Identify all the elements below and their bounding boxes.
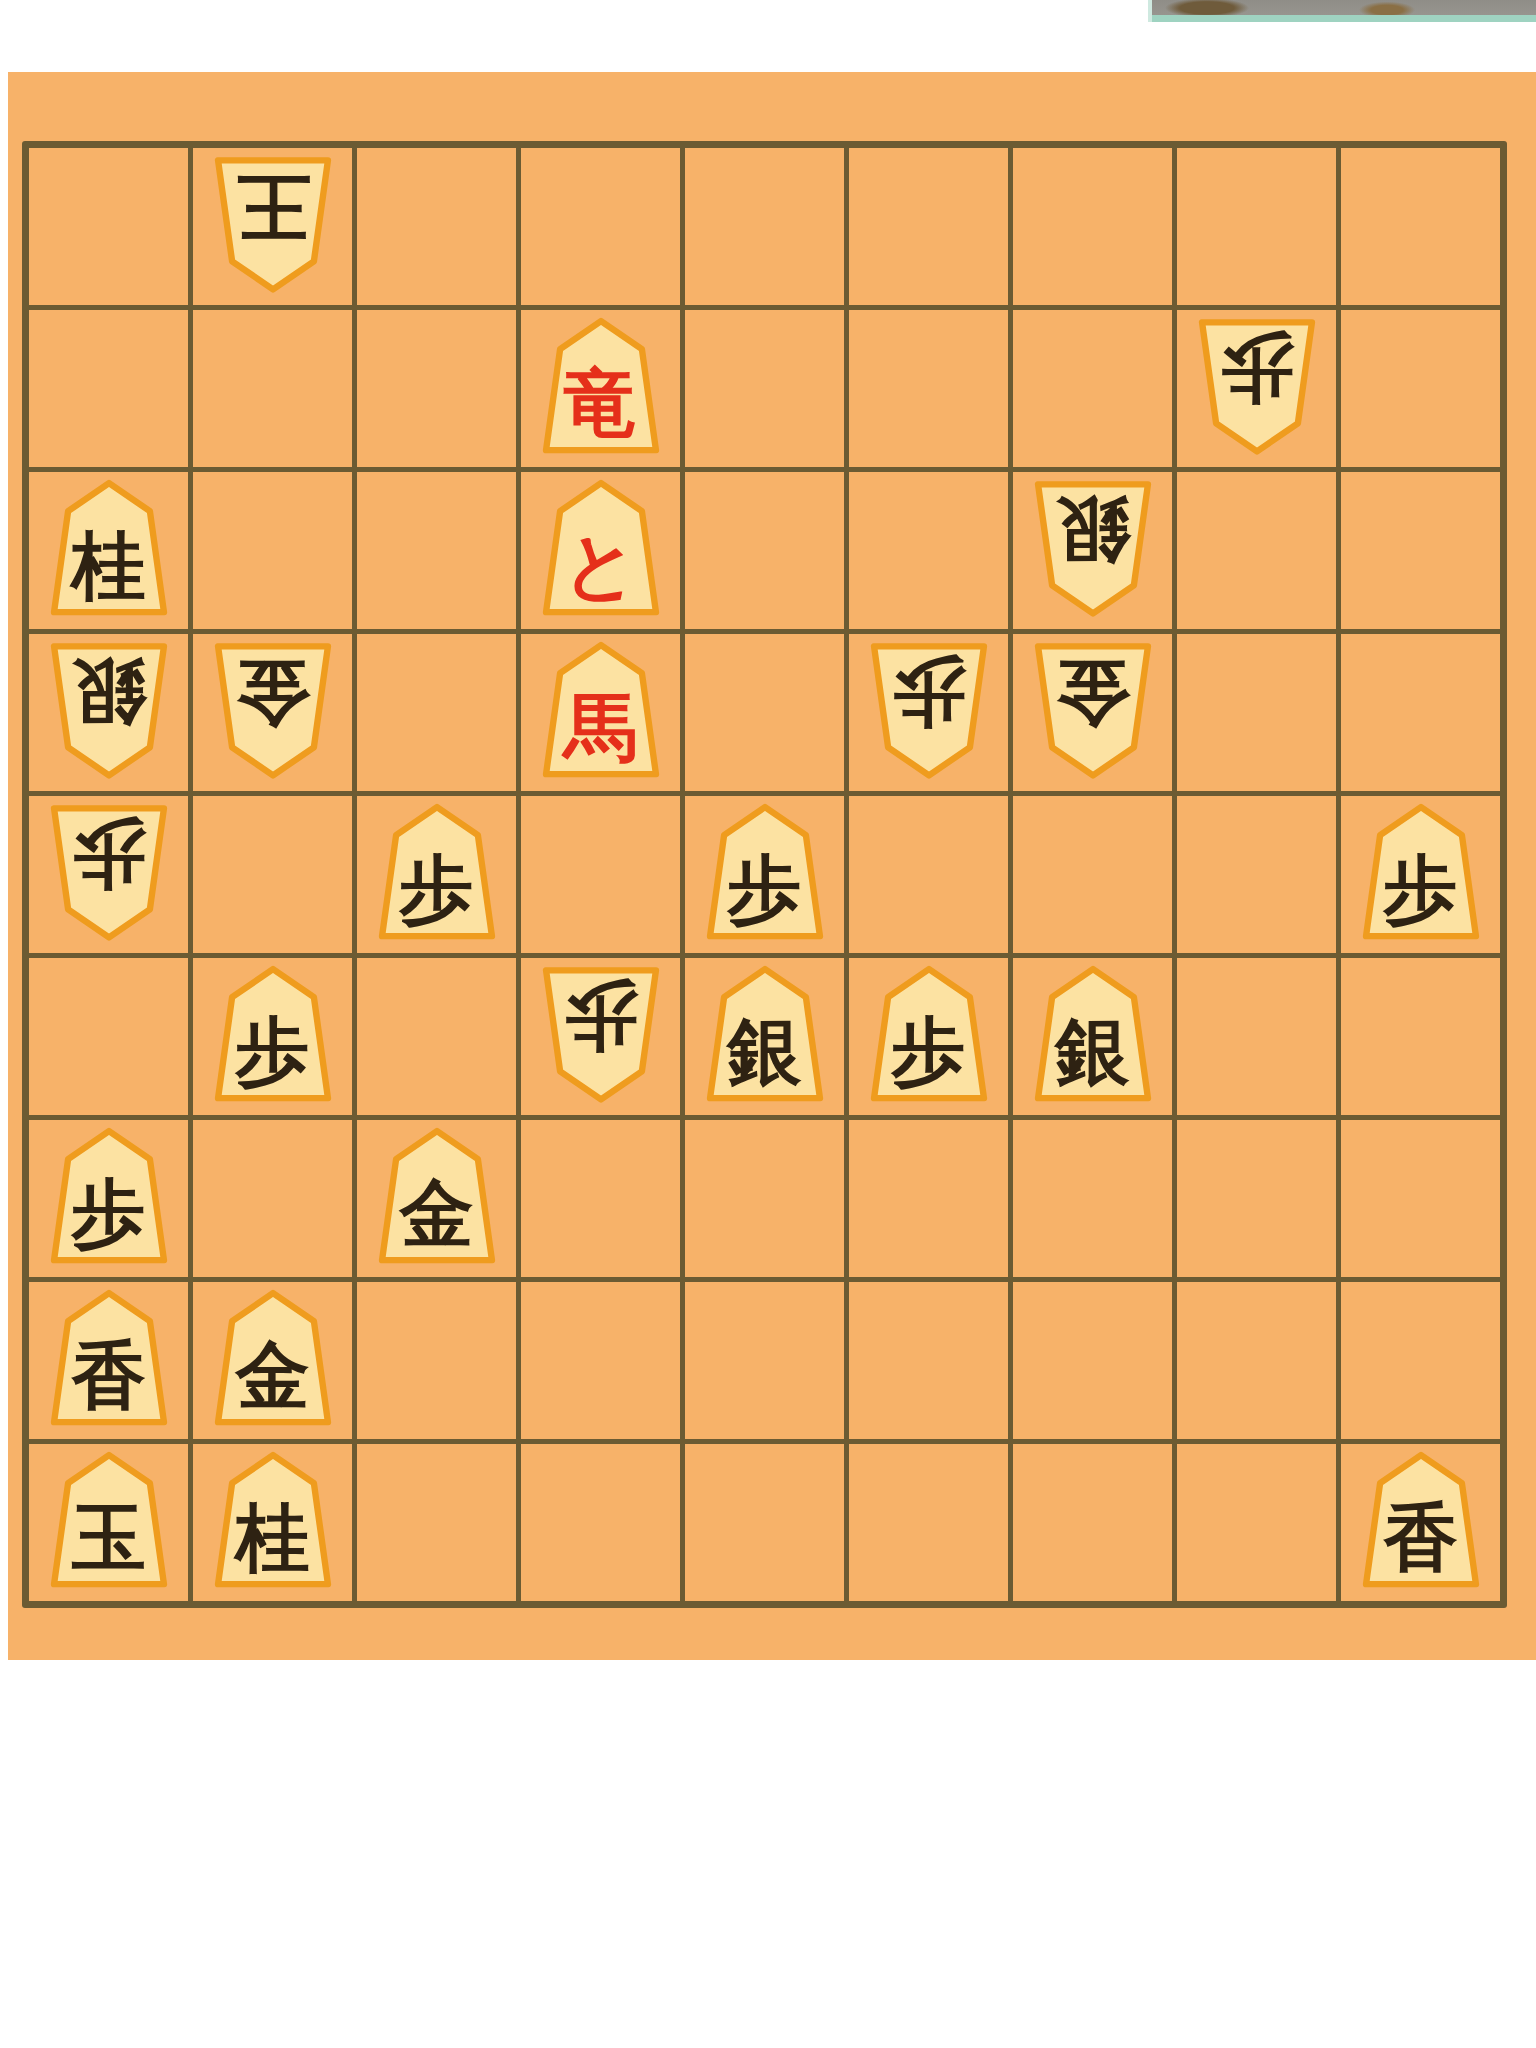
board-square[interactable]: 歩: [29, 1120, 188, 1277]
board-square[interactable]: [1177, 634, 1336, 791]
board-square[interactable]: [357, 1282, 516, 1439]
piece-glyph-lance: 香: [1357, 1485, 1485, 1589]
piece-glyph-horse: 馬: [537, 675, 665, 779]
piece-glyph-silver: 銀: [701, 999, 829, 1103]
board-square[interactable]: 歩: [685, 796, 844, 953]
piece-glyph-knight: 桂: [45, 513, 173, 617]
piece-sente-lance[interactable]: 香: [45, 1289, 173, 1427]
board-square[interactable]: 金: [193, 1282, 352, 1439]
board-square[interactable]: 銀: [685, 958, 844, 1115]
board-square[interactable]: [1177, 1120, 1336, 1277]
board-square[interactable]: [521, 148, 680, 305]
thumbnail-teal-border: [1152, 15, 1536, 22]
piece-gote-pawn[interactable]: 歩: [45, 803, 173, 941]
piece-glyph-silver: 銀: [1029, 999, 1157, 1103]
board-square[interactable]: [849, 310, 1008, 467]
board-square[interactable]: [1177, 796, 1336, 953]
board-square[interactable]: 竜: [521, 310, 680, 467]
board-square[interactable]: [357, 148, 516, 305]
board-square[interactable]: [357, 1444, 516, 1601]
board-square[interactable]: [521, 1444, 680, 1601]
piece-gote-silver[interactable]: 銀: [1029, 479, 1157, 617]
board-square[interactable]: [685, 472, 844, 629]
piece-glyph-gold: 金: [209, 641, 337, 745]
piece-sente-tokin[interactable]: と: [537, 479, 665, 617]
piece-glyph-king: 王: [209, 155, 337, 259]
board-square[interactable]: 歩: [357, 796, 516, 953]
piece-gote-pawn[interactable]: 歩: [537, 965, 665, 1103]
board-square[interactable]: 銀: [29, 634, 188, 791]
board-square[interactable]: [1013, 310, 1172, 467]
board-square[interactable]: [1341, 958, 1500, 1115]
piece-sente-pawn[interactable]: 歩: [865, 965, 993, 1103]
piece-glyph-pawn: 歩: [209, 999, 337, 1103]
board-square[interactable]: [849, 148, 1008, 305]
board-square[interactable]: 王: [193, 148, 352, 305]
piece-sente-silver[interactable]: 銀: [1029, 965, 1157, 1103]
board-square[interactable]: [1177, 472, 1336, 629]
board-square[interactable]: [1177, 148, 1336, 305]
piece-sente-pawn[interactable]: 歩: [1357, 803, 1485, 941]
piece-glyph-pawn: 歩: [701, 837, 829, 941]
board-square[interactable]: [685, 1444, 844, 1601]
piece-sente-dragon[interactable]: 竜: [537, 317, 665, 455]
piece-glyph-pawn: 歩: [1357, 837, 1485, 941]
board-square[interactable]: [193, 796, 352, 953]
board-square[interactable]: 桂: [29, 472, 188, 629]
board-square[interactable]: 歩: [521, 958, 680, 1115]
piece-glyph-lance: 香: [45, 1323, 173, 1427]
piece-sente-horse[interactable]: 馬: [537, 641, 665, 779]
piece-glyph-gold: 金: [209, 1323, 337, 1427]
board-square[interactable]: [521, 796, 680, 953]
board-square[interactable]: [193, 310, 352, 467]
piece-sente-pawn[interactable]: 歩: [373, 803, 501, 941]
piece-sente-pawn[interactable]: 歩: [701, 803, 829, 941]
piece-glyph-silver: 銀: [45, 641, 173, 745]
board-square[interactable]: [849, 1444, 1008, 1601]
piece-sente-gold[interactable]: 金: [209, 1289, 337, 1427]
board-square[interactable]: [521, 1282, 680, 1439]
board-square[interactable]: と: [521, 472, 680, 629]
board-panel: 王竜歩桂と銀銀金馬歩金歩歩歩歩歩歩銀歩銀歩金香金玉桂香: [8, 72, 1536, 1660]
piece-glyph-pawn: 歩: [373, 837, 501, 941]
piece-gote-pawn[interactable]: 歩: [865, 641, 993, 779]
board-square[interactable]: [29, 310, 188, 467]
board-square[interactable]: 歩: [1341, 796, 1500, 953]
board-square[interactable]: [29, 958, 188, 1115]
board-square[interactable]: [1341, 310, 1500, 467]
board-square[interactable]: [1013, 1282, 1172, 1439]
board-square[interactable]: 銀: [1013, 472, 1172, 629]
piece-glyph-gold: 金: [1029, 641, 1157, 745]
board-square[interactable]: 歩: [1177, 310, 1336, 467]
board-square[interactable]: [685, 1120, 844, 1277]
board-square[interactable]: [1177, 1444, 1336, 1601]
board-square[interactable]: [1341, 472, 1500, 629]
board-square[interactable]: [685, 310, 844, 467]
board-square[interactable]: [1013, 1120, 1172, 1277]
board-square[interactable]: 歩: [193, 958, 352, 1115]
board-square[interactable]: [1013, 1444, 1172, 1601]
board-square[interactable]: [1013, 796, 1172, 953]
video-thumbnail-fragment: [1148, 0, 1536, 22]
piece-sente-gold[interactable]: 金: [373, 1127, 501, 1265]
piece-glyph-pawn: 歩: [45, 803, 173, 907]
board-square[interactable]: 金: [1013, 634, 1172, 791]
board-square[interactable]: 馬: [521, 634, 680, 791]
board-square[interactable]: [685, 1282, 844, 1439]
board-square[interactable]: [1341, 148, 1500, 305]
piece-glyph-pawn: 歩: [537, 965, 665, 1069]
board-square[interactable]: 玉: [29, 1444, 188, 1601]
piece-gote-gold[interactable]: 金: [209, 641, 337, 779]
board-square[interactable]: 歩: [849, 634, 1008, 791]
piece-glyph-silver: 銀: [1029, 479, 1157, 583]
board-square[interactable]: [1177, 958, 1336, 1115]
piece-gote-king[interactable]: 王: [209, 155, 337, 293]
board-square[interactable]: [193, 1120, 352, 1277]
board-square[interactable]: 香: [29, 1282, 188, 1439]
piece-gote-gold[interactable]: 金: [1029, 641, 1157, 779]
piece-glyph-pawn: 歩: [865, 641, 993, 745]
piece-glyph-pawn: 歩: [865, 999, 993, 1103]
piece-glyph-knight: 桂: [209, 1485, 337, 1589]
piece-sente-pawn[interactable]: 歩: [45, 1127, 173, 1265]
piece-glyph-tokin: と: [537, 513, 665, 617]
board-square[interactable]: [685, 148, 844, 305]
board-square[interactable]: [521, 1120, 680, 1277]
board-square[interactable]: [1177, 1282, 1336, 1439]
piece-sente-king[interactable]: 玉: [45, 1451, 173, 1589]
piece-sente-lance[interactable]: 香: [1357, 1451, 1485, 1589]
piece-sente-knight[interactable]: 桂: [45, 479, 173, 617]
board-square[interactable]: [357, 958, 516, 1115]
piece-gote-silver[interactable]: 銀: [45, 641, 173, 779]
piece-gote-pawn[interactable]: 歩: [1193, 317, 1321, 455]
piece-sente-pawn[interactable]: 歩: [209, 965, 337, 1103]
piece-glyph-king: 玉: [45, 1485, 173, 1589]
piece-sente-silver[interactable]: 銀: [701, 965, 829, 1103]
board-square[interactable]: [1013, 148, 1172, 305]
board-square[interactable]: [357, 472, 516, 629]
board-square[interactable]: [1341, 634, 1500, 791]
board-square[interactable]: [29, 148, 188, 305]
board-square[interactable]: [849, 796, 1008, 953]
piece-glyph-dragon: 竜: [537, 351, 665, 455]
board-square[interactable]: [685, 634, 844, 791]
shogi-board: 王竜歩桂と銀銀金馬歩金歩歩歩歩歩歩銀歩銀歩金香金玉桂香: [22, 141, 1507, 1608]
piece-glyph-pawn: 歩: [1193, 317, 1321, 421]
board-square[interactable]: 金: [357, 1120, 516, 1277]
board-square[interactable]: [193, 472, 352, 629]
board-square[interactable]: 桂: [193, 1444, 352, 1601]
board-square[interactable]: [849, 1282, 1008, 1439]
board-square[interactable]: 歩: [29, 796, 188, 953]
board-square[interactable]: [357, 310, 516, 467]
board-square[interactable]: [849, 472, 1008, 629]
board-square[interactable]: 香: [1341, 1444, 1500, 1601]
board-square[interactable]: 銀: [1013, 958, 1172, 1115]
piece-glyph-gold: 金: [373, 1161, 501, 1265]
board-square[interactable]: [1341, 1282, 1500, 1439]
board-square[interactable]: 金: [193, 634, 352, 791]
board-square[interactable]: [1341, 1120, 1500, 1277]
piece-glyph-pawn: 歩: [45, 1161, 173, 1265]
board-square[interactable]: [849, 1120, 1008, 1277]
page: { "game": "shogi", "board": { "rows": 9,…: [0, 0, 1536, 2048]
board-square[interactable]: [357, 634, 516, 791]
board-square[interactable]: 歩: [849, 958, 1008, 1115]
piece-sente-knight[interactable]: 桂: [209, 1451, 337, 1589]
